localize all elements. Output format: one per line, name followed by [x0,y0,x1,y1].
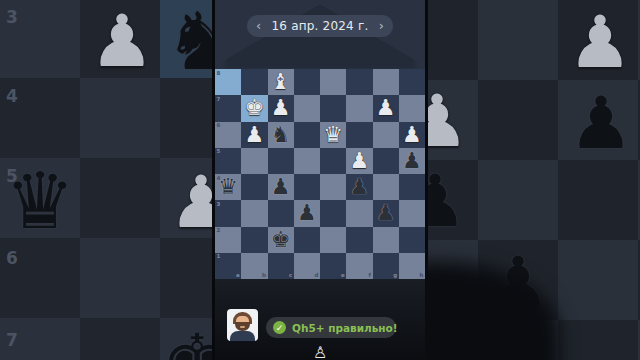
black-knight[interactable]: ♞ [268,122,294,148]
background-black-knight: ♞ [164,2,215,82]
white-pawn[interactable]: ♟ [346,148,372,174]
square-h6[interactable]: ♟ [399,122,425,148]
background-white-pawn: ♟ [568,6,633,78]
background-black-pawn: ♟ [425,165,467,237]
square-f1[interactable]: f [346,253,372,279]
square-a5[interactable]: 5 [215,148,241,174]
black-pawn[interactable]: ♟ [268,174,294,200]
white-bishop[interactable]: ♝ [268,69,294,95]
square-c1[interactable]: c [268,253,294,279]
square-e2[interactable] [320,227,346,253]
square-a2[interactable]: 2 [215,227,241,253]
rank-label-3: 3 [217,202,221,208]
square-h2[interactable] [399,227,425,253]
square-f2[interactable] [346,227,372,253]
background-rank-label-4: 4 [6,86,18,106]
square-d1[interactable]: d [294,253,320,279]
square-b4[interactable] [241,174,267,200]
square-a3[interactable]: 3 [215,200,241,226]
square-f5[interactable]: ♟ [346,148,372,174]
background-rank-label-3: 3 [6,7,18,27]
background-white-pawn: ♟ [425,85,469,157]
white-pawn[interactable]: ♟ [399,122,425,148]
square-h5[interactable]: ♟ [399,148,425,174]
rank-label-7: 7 [217,97,221,103]
background-white-pawn: ♟ [90,5,155,77]
file-label-c: c [289,273,292,279]
avatar-shirt [230,331,255,341]
background-black-queen: ♛ [5,162,75,240]
user-avatar [227,309,258,341]
square-d4[interactable] [294,174,320,200]
pawn-icon: ♙ [313,343,327,360]
square-c7[interactable]: ♟ [268,95,294,121]
prev-day-button[interactable]: ‹ [256,16,261,36]
square-e8[interactable] [320,69,346,95]
file-label-g: g [393,273,397,279]
square-a6[interactable]: 6 [215,122,241,148]
black-pawn[interactable]: ♟ [399,148,425,174]
file-label-b: b [262,273,266,279]
square-c5[interactable] [268,148,294,174]
square-b5[interactable] [241,148,267,174]
background-rank-label-6: 6 [6,248,18,268]
square-h8[interactable] [399,69,425,95]
square-a8[interactable]: 8 [215,69,241,95]
square-c4[interactable]: ♟ [268,174,294,200]
black-king[interactable]: ♚ [268,227,294,253]
puzzle-date-label[interactable]: 16 апр. 2024 г. [271,19,368,33]
square-g3[interactable]: ♟ [373,200,399,226]
video-frame: 34567♟♞♛♟♚ ♟♟♟♟♟ ‹ 16 апр. 2024 г. › 8♝7… [0,0,640,360]
rank-label-8: 8 [217,71,221,77]
background-board-left: 34567♟♞♛♟♚ [0,0,215,360]
square-f3[interactable] [346,200,372,226]
square-f8[interactable] [346,69,372,95]
move-feedback-toast: ✓ Qh5+ правильно! [266,317,396,338]
square-e7[interactable] [320,95,346,121]
square-g8[interactable] [373,69,399,95]
square-e1[interactable]: e [320,253,346,279]
square-d2[interactable] [294,227,320,253]
black-pawn[interactable]: ♟ [373,200,399,226]
square-f6[interactable] [346,122,372,148]
rank-label-1: 1 [217,254,221,260]
square-c8[interactable]: ♝ [268,69,294,95]
square-f4[interactable]: ♟ [346,174,372,200]
rank-label-2: 2 [217,228,221,234]
square-g2[interactable] [373,227,399,253]
square-d6[interactable] [294,122,320,148]
square-h3[interactable] [399,200,425,226]
correct-check-icon: ✓ [273,321,286,334]
square-d3[interactable]: ♟ [294,200,320,226]
square-d7[interactable] [294,95,320,121]
square-d8[interactable] [294,69,320,95]
square-b1[interactable]: b [241,253,267,279]
square-b2[interactable] [241,227,267,253]
background-rank-label-7: 7 [6,330,18,350]
square-e5[interactable] [320,148,346,174]
chess-board[interactable]: 8♝7♚♟♟6♟♞♛♟5♟♟4♛♟♟3♟♟2♚1abcdefgh [215,69,425,279]
background-white-pawn: ♟ [169,166,215,238]
square-a4[interactable]: 4♛ [215,174,241,200]
puzzle-header: ‹ 16 апр. 2024 г. › [215,0,425,69]
square-d5[interactable] [294,148,320,174]
background-black-king: ♚ [161,324,215,360]
square-g6[interactable] [373,122,399,148]
rank-label-5: 5 [217,149,221,155]
square-b8[interactable] [241,69,267,95]
white-king[interactable]: ♚ [241,95,267,121]
square-g5[interactable] [373,148,399,174]
move-feedback-text: Qh5+ правильно! [292,322,398,334]
square-e4[interactable] [320,174,346,200]
file-label-d: d [315,273,319,279]
file-label-e: e [341,273,345,279]
white-pawn[interactable]: ♟ [373,95,399,121]
square-b6[interactable]: ♟ [241,122,267,148]
file-label-h: h [420,273,424,279]
black-queen[interactable]: ♛ [215,174,241,200]
avatar-mouth [240,326,245,328]
square-c3[interactable] [268,200,294,226]
file-label-f: f [369,273,371,279]
square-h1[interactable]: h [399,253,425,279]
phone-screen: ‹ 16 апр. 2024 г. › 8♝7♚♟♟6♟♞♛♟5♟♟4♛♟♟3♟… [215,0,425,360]
white-pawn[interactable]: ♟ [241,122,267,148]
rank-label-6: 6 [217,123,221,129]
square-e3[interactable] [320,200,346,226]
background-black-pawn: ♟ [569,87,634,159]
square-a7[interactable]: 7 [215,95,241,121]
black-pawn[interactable]: ♟ [294,200,320,226]
square-c6[interactable]: ♞ [268,122,294,148]
square-e6[interactable]: ♛ [320,122,346,148]
file-label-a: a [236,273,240,279]
square-a1[interactable]: 1a [215,253,241,279]
square-g4[interactable] [373,174,399,200]
phone-footer: ✓ Qh5+ правильно! ♙ [215,279,425,360]
square-f7[interactable] [346,95,372,121]
square-b7[interactable]: ♚ [241,95,267,121]
next-day-button[interactable]: › [379,16,384,36]
date-navigation: ‹ 16 апр. 2024 г. › [247,15,393,37]
square-b3[interactable] [241,200,267,226]
square-h7[interactable] [399,95,425,121]
square-g7[interactable]: ♟ [373,95,399,121]
square-c2[interactable]: ♚ [268,227,294,253]
black-pawn[interactable]: ♟ [346,174,372,200]
white-pawn[interactable]: ♟ [268,95,294,121]
square-h4[interactable] [399,174,425,200]
white-queen[interactable]: ♛ [320,122,346,148]
square-g1[interactable]: g [373,253,399,279]
